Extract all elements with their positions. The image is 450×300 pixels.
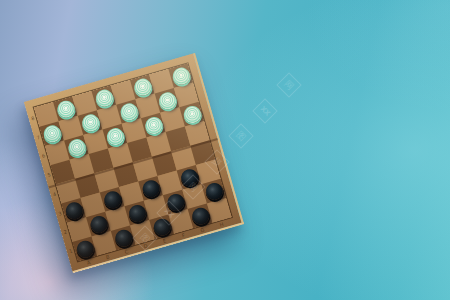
photo-stage: ABCDEFGH 87654321 网XX图摄网XX图 [0,0,450,300]
checkers-board: ABCDEFGH 87654321 [24,53,244,273]
square-H5 [185,121,210,146]
watermark-tile-0: 网 [276,72,301,97]
watermark-tile-2: 图 [228,123,253,148]
watermark-tile-1: XX [252,98,277,123]
